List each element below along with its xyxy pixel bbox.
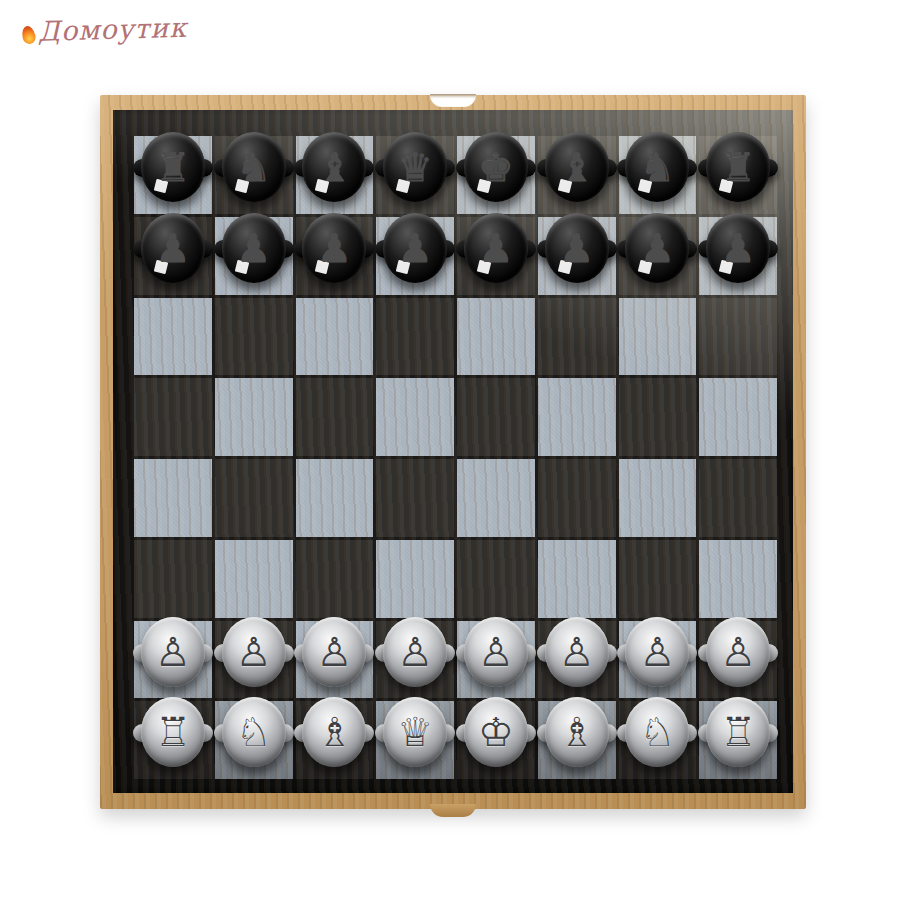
- rook-icon: ♜: [155, 147, 191, 187]
- square-g1[interactable]: ♘: [619, 701, 697, 779]
- white-pawn-h2[interactable]: ♙: [706, 617, 770, 687]
- square-b2[interactable]: ♙: [215, 621, 293, 699]
- pawn-icon: ♟: [397, 228, 433, 268]
- square-e6[interactable]: [457, 298, 535, 376]
- bishop-icon: ♗: [559, 712, 595, 752]
- square-e7[interactable]: ♟: [457, 217, 535, 295]
- white-queen-d1[interactable]: ♕: [383, 697, 447, 767]
- square-h6[interactable]: [699, 298, 777, 376]
- flame-icon: [20, 24, 37, 45]
- white-bishop-c1[interactable]: ♗: [302, 697, 366, 767]
- pawn-icon: ♙: [720, 632, 756, 672]
- pawn-icon: ♙: [639, 632, 675, 672]
- pawn-icon: ♟: [155, 228, 191, 268]
- knight-icon: ♘: [639, 712, 675, 752]
- white-knight-b1[interactable]: ♘: [222, 697, 286, 767]
- pawn-icon: ♙: [155, 632, 191, 672]
- square-h2[interactable]: ♙: [699, 621, 777, 699]
- white-pawn-g2[interactable]: ♙: [625, 617, 689, 687]
- white-rook-a1[interactable]: ♖: [141, 697, 205, 767]
- square-c3[interactable]: [296, 540, 374, 618]
- square-g8[interactable]: ♞: [619, 136, 697, 214]
- square-c1[interactable]: ♗: [296, 701, 374, 779]
- square-b1[interactable]: ♘: [215, 701, 293, 779]
- black-pawn-h7[interactable]: ♟: [706, 213, 770, 283]
- knight-icon: ♘: [236, 712, 272, 752]
- pawn-icon: ♙: [236, 632, 272, 672]
- black-pawn-c7[interactable]: ♟: [302, 213, 366, 283]
- pawn-icon: ♟: [639, 228, 675, 268]
- queen-icon: ♕: [397, 712, 433, 752]
- square-b7[interactable]: ♟: [215, 217, 293, 295]
- square-g3[interactable]: [619, 540, 697, 618]
- square-a8[interactable]: ♜: [134, 136, 212, 214]
- square-a1[interactable]: ♖: [134, 701, 212, 779]
- watermark-logo: Домоутик: [22, 12, 188, 47]
- pawn-icon: ♙: [478, 632, 514, 672]
- watermark-text: Домоутик: [38, 12, 188, 47]
- white-pawn-f2[interactable]: ♙: [545, 617, 609, 687]
- square-d7[interactable]: ♟: [376, 217, 454, 295]
- square-b5[interactable]: [215, 378, 293, 456]
- pawn-icon: ♟: [559, 228, 595, 268]
- square-f6[interactable]: [538, 298, 616, 376]
- pawn-icon: ♙: [316, 632, 352, 672]
- board-surface: ♜♞♝♛♚♝♞♜♟♟♟♟♟♟♟♟♙♙♙♙♙♙♙♙♖♘♗♕♔♗♘♖: [113, 110, 793, 793]
- black-pawn-a7[interactable]: ♟: [141, 213, 205, 283]
- square-d6[interactable]: [376, 298, 454, 376]
- rook-icon: ♖: [155, 712, 191, 752]
- square-c6[interactable]: [296, 298, 374, 376]
- black-knight-b8[interactable]: ♞: [222, 132, 286, 202]
- square-h8[interactable]: ♜: [699, 136, 777, 214]
- square-e8[interactable]: ♚: [457, 136, 535, 214]
- pawn-icon: ♟: [478, 228, 514, 268]
- square-a6[interactable]: [134, 298, 212, 376]
- square-c2[interactable]: ♙: [296, 621, 374, 699]
- square-e2[interactable]: ♙: [457, 621, 535, 699]
- white-pawn-e2[interactable]: ♙: [464, 617, 528, 687]
- board-grid[interactable]: ♜♞♝♛♚♝♞♜♟♟♟♟♟♟♟♟♙♙♙♙♙♙♙♙♖♘♗♕♔♗♘♖: [134, 136, 777, 779]
- white-pawn-a2[interactable]: ♙: [141, 617, 205, 687]
- white-knight-g1[interactable]: ♘: [625, 697, 689, 767]
- white-pawn-c2[interactable]: ♙: [302, 617, 366, 687]
- black-rook-h8[interactable]: ♜: [706, 132, 770, 202]
- square-e4[interactable]: [457, 459, 535, 537]
- square-f5[interactable]: [538, 378, 616, 456]
- square-g5[interactable]: [619, 378, 697, 456]
- square-h3[interactable]: [699, 540, 777, 618]
- square-f7[interactable]: ♟: [538, 217, 616, 295]
- white-rook-h1[interactable]: ♖: [706, 697, 770, 767]
- square-h4[interactable]: [699, 459, 777, 537]
- square-c8[interactable]: ♝: [296, 136, 374, 214]
- queen-icon: ♛: [397, 147, 433, 187]
- white-king-e1[interactable]: ♔: [464, 697, 528, 767]
- black-bishop-c8[interactable]: ♝: [302, 132, 366, 202]
- square-a7[interactable]: ♟: [134, 217, 212, 295]
- square-a3[interactable]: [134, 540, 212, 618]
- case-finger-notch: [430, 94, 476, 106]
- square-a5[interactable]: [134, 378, 212, 456]
- square-d3[interactable]: [376, 540, 454, 618]
- square-a2[interactable]: ♙: [134, 621, 212, 699]
- square-e5[interactable]: [457, 378, 535, 456]
- square-d5[interactable]: [376, 378, 454, 456]
- square-d1[interactable]: ♕: [376, 701, 454, 779]
- square-f3[interactable]: [538, 540, 616, 618]
- case-hinge-bump: [430, 804, 476, 817]
- square-g7[interactable]: ♟: [619, 217, 697, 295]
- square-b4[interactable]: [215, 459, 293, 537]
- knight-icon: ♞: [236, 147, 272, 187]
- square-c4[interactable]: [296, 459, 374, 537]
- square-g2[interactable]: ♙: [619, 621, 697, 699]
- rook-icon: ♖: [720, 712, 756, 752]
- white-pawn-b2[interactable]: ♙: [222, 617, 286, 687]
- black-knight-g8[interactable]: ♞: [625, 132, 689, 202]
- black-rook-a8[interactable]: ♜: [141, 132, 205, 202]
- black-king-e8[interactable]: ♚: [464, 132, 528, 202]
- black-pawn-e7[interactable]: ♟: [464, 213, 528, 283]
- black-pawn-d7[interactable]: ♟: [383, 213, 447, 283]
- square-a4[interactable]: [134, 459, 212, 537]
- square-d4[interactable]: [376, 459, 454, 537]
- pawn-icon: ♟: [316, 228, 352, 268]
- square-g4[interactable]: [619, 459, 697, 537]
- square-c5[interactable]: [296, 378, 374, 456]
- bishop-icon: ♗: [316, 712, 352, 752]
- square-f1[interactable]: ♗: [538, 701, 616, 779]
- knight-icon: ♞: [639, 147, 675, 187]
- pawn-icon: ♙: [397, 632, 433, 672]
- square-h7[interactable]: ♟: [699, 217, 777, 295]
- bishop-icon: ♝: [316, 147, 352, 187]
- square-e3[interactable]: [457, 540, 535, 618]
- rook-icon: ♜: [720, 147, 756, 187]
- pawn-icon: ♙: [559, 632, 595, 672]
- square-d2[interactable]: ♙: [376, 621, 454, 699]
- king-icon: ♔: [478, 712, 514, 752]
- square-h5[interactable]: [699, 378, 777, 456]
- king-icon: ♚: [478, 147, 514, 187]
- square-b6[interactable]: [215, 298, 293, 376]
- square-c7[interactable]: ♟: [296, 217, 374, 295]
- square-f2[interactable]: ♙: [538, 621, 616, 699]
- square-b3[interactable]: [215, 540, 293, 618]
- square-f4[interactable]: [538, 459, 616, 537]
- black-pawn-b7[interactable]: ♟: [222, 213, 286, 283]
- square-b8[interactable]: ♞: [215, 136, 293, 214]
- black-pawn-f7[interactable]: ♟: [545, 213, 609, 283]
- page: Домоутик ♜♞♝♛♚♝♞♜♟♟♟♟♟♟♟♟♙♙♙♙♙♙♙♙♖♘♗♕♔♗♘…: [0, 0, 900, 900]
- black-bishop-f8[interactable]: ♝: [545, 132, 609, 202]
- square-d8[interactable]: ♛: [376, 136, 454, 214]
- bishop-icon: ♝: [559, 147, 595, 187]
- chess-board-case: ♜♞♝♛♚♝♞♜♟♟♟♟♟♟♟♟♙♙♙♙♙♙♙♙♖♘♗♕♔♗♘♖: [100, 95, 806, 809]
- square-h1[interactable]: ♖: [699, 701, 777, 779]
- black-pawn-g7[interactable]: ♟: [625, 213, 689, 283]
- square-f8[interactable]: ♝: [538, 136, 616, 214]
- square-g6[interactable]: [619, 298, 697, 376]
- white-pawn-d2[interactable]: ♙: [383, 617, 447, 687]
- pawn-icon: ♟: [720, 228, 756, 268]
- pawn-icon: ♟: [236, 228, 272, 268]
- white-bishop-f1[interactable]: ♗: [545, 697, 609, 767]
- black-queen-d8[interactable]: ♛: [383, 132, 447, 202]
- square-e1[interactable]: ♔: [457, 701, 535, 779]
